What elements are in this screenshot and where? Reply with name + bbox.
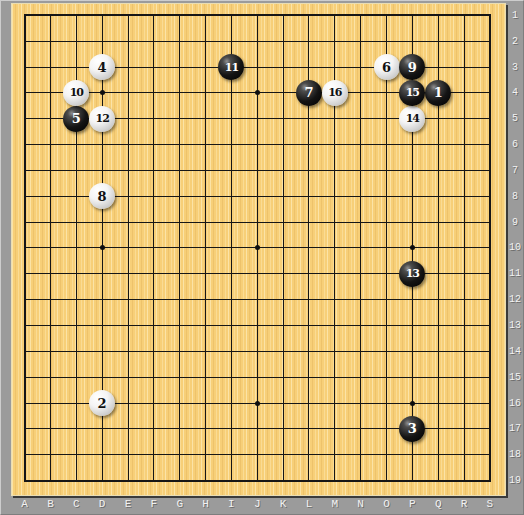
stone-move-number: 7 — [304, 86, 313, 99]
stone-move-number: 4 — [98, 60, 107, 73]
row-label-19: 19 — [506, 474, 524, 487]
column-label-J: J — [247, 498, 267, 511]
row-label-5: 5 — [506, 112, 524, 125]
stone-black-15[interactable]: 15 — [399, 80, 425, 106]
row-label-10: 10 — [506, 241, 524, 254]
go-diagram: 12345678910111213141516ABCDEFGHIJKLMNOPQ… — [0, 0, 524, 515]
goban[interactable] — [11, 3, 506, 496]
stone-black-7[interactable]: 7 — [296, 80, 322, 106]
column-label-M: M — [325, 498, 345, 511]
stone-move-number: 3 — [408, 422, 417, 435]
stone-move-number: 15 — [406, 87, 419, 98]
stone-white-10[interactable]: 10 — [63, 80, 89, 106]
column-label-S: S — [480, 498, 500, 511]
stone-black-1[interactable]: 1 — [425, 80, 451, 106]
stone-move-number: 5 — [72, 112, 81, 125]
column-label-H: H — [196, 498, 216, 511]
stone-move-number: 16 — [328, 87, 341, 98]
row-label-11: 11 — [506, 267, 524, 280]
stone-move-number: 2 — [98, 396, 107, 409]
column-label-F: F — [144, 498, 164, 511]
column-label-Q: Q — [428, 498, 448, 511]
row-label-1: 1 — [506, 9, 524, 22]
row-label-14: 14 — [506, 345, 524, 358]
column-label-K: K — [273, 498, 293, 511]
stone-white-14[interactable]: 14 — [399, 106, 425, 132]
column-label-L: L — [299, 498, 319, 511]
row-label-15: 15 — [506, 371, 524, 384]
row-label-6: 6 — [506, 138, 524, 151]
row-label-16: 16 — [506, 397, 524, 410]
stone-move-number: 14 — [406, 113, 419, 124]
stone-move-number: 8 — [98, 189, 107, 202]
row-label-17: 17 — [506, 422, 524, 435]
stone-move-number: 1 — [434, 86, 443, 99]
column-label-O: O — [377, 498, 397, 511]
row-label-8: 8 — [506, 190, 524, 203]
stone-move-number: 9 — [408, 60, 417, 73]
stone-white-12[interactable]: 12 — [89, 106, 115, 132]
stone-move-number: 11 — [225, 61, 238, 72]
column-label-E: E — [118, 498, 138, 511]
row-label-3: 3 — [506, 61, 524, 74]
column-label-G: G — [170, 498, 190, 511]
column-label-I: I — [221, 498, 241, 511]
column-label-A: A — [15, 498, 35, 511]
stone-black-13[interactable]: 13 — [399, 261, 425, 287]
stone-move-number: 13 — [406, 268, 419, 279]
row-label-9: 9 — [506, 216, 524, 229]
stone-white-2[interactable]: 2 — [89, 390, 115, 416]
stone-move-number: 12 — [95, 113, 108, 124]
row-label-2: 2 — [506, 35, 524, 48]
stone-white-4[interactable]: 4 — [89, 54, 115, 80]
column-label-D: D — [92, 498, 112, 511]
stone-move-number: 10 — [70, 87, 83, 98]
stone-white-16[interactable]: 16 — [322, 80, 348, 106]
row-label-13: 13 — [506, 319, 524, 332]
stone-white-6[interactable]: 6 — [374, 54, 400, 80]
row-label-4: 4 — [506, 86, 524, 99]
column-label-C: C — [66, 498, 86, 511]
column-label-B: B — [40, 498, 60, 511]
column-label-N: N — [351, 498, 371, 511]
row-label-7: 7 — [506, 164, 524, 177]
column-label-R: R — [454, 498, 474, 511]
stone-move-number: 6 — [382, 60, 391, 73]
stone-black-5[interactable]: 5 — [63, 106, 89, 132]
column-label-P: P — [402, 498, 422, 511]
row-label-18: 18 — [506, 448, 524, 461]
row-label-12: 12 — [506, 293, 524, 306]
